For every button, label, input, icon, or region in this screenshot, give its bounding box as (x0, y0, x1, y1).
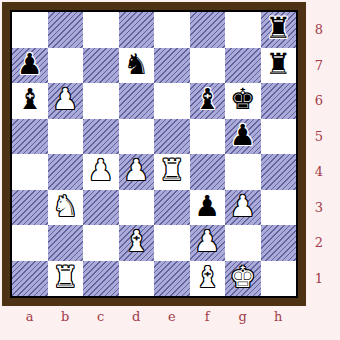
square-d4[interactable]: ♟ (119, 154, 155, 190)
square-c1[interactable] (83, 261, 119, 297)
square-b4[interactable] (48, 154, 84, 190)
black-king[interactable]: ♚ (230, 85, 256, 114)
rank-label-8: 8 (306, 12, 332, 48)
rank-label-6: 6 (306, 83, 332, 119)
square-g3[interactable]: ♟ (225, 190, 261, 226)
square-c7[interactable] (83, 48, 119, 84)
file-label-e: e (154, 309, 190, 329)
square-f5[interactable] (190, 119, 226, 155)
square-d1[interactable] (119, 261, 155, 297)
square-e1[interactable] (154, 261, 190, 297)
square-h2[interactable] (261, 225, 297, 261)
square-e4[interactable]: ♜ (154, 154, 190, 190)
square-a5[interactable] (12, 119, 48, 155)
black-bishop[interactable]: ♝ (194, 85, 220, 114)
black-pawn[interactable]: ♟ (17, 50, 43, 79)
chess-board[interactable]: ♜♟♞♜♝♟♝♚♟♟♟♜♞♟♟♝♟♜♝♚ (12, 12, 296, 296)
square-h6[interactable] (261, 83, 297, 119)
white-pawn[interactable]: ♟ (52, 85, 78, 114)
square-b7[interactable] (48, 48, 84, 84)
square-g7[interactable] (225, 48, 261, 84)
square-d5[interactable] (119, 119, 155, 155)
square-e8[interactable] (154, 12, 190, 48)
square-b1[interactable]: ♜ (48, 261, 84, 297)
square-g1[interactable]: ♚ (225, 261, 261, 297)
square-f6[interactable]: ♝ (190, 83, 226, 119)
square-d2[interactable]: ♝ (119, 225, 155, 261)
white-rook[interactable]: ♜ (52, 263, 78, 292)
file-label-a: a (12, 309, 48, 329)
square-h1[interactable] (261, 261, 297, 297)
rank-labels: 87654321 (306, 12, 332, 296)
square-e7[interactable] (154, 48, 190, 84)
board-frame: ♜♟♞♜♝♟♝♚♟♟♟♜♞♟♟♝♟♜♝♚ (2, 2, 306, 306)
square-a2[interactable] (12, 225, 48, 261)
file-label-b: b (48, 309, 84, 329)
white-pawn[interactable]: ♟ (88, 156, 114, 185)
square-b3[interactable]: ♞ (48, 190, 84, 226)
white-bishop[interactable]: ♝ (123, 227, 149, 256)
square-f2[interactable]: ♟ (190, 225, 226, 261)
square-c4[interactable]: ♟ (83, 154, 119, 190)
square-a6[interactable]: ♝ (12, 83, 48, 119)
square-b2[interactable] (48, 225, 84, 261)
square-g6[interactable]: ♚ (225, 83, 261, 119)
square-b8[interactable] (48, 12, 84, 48)
square-h7[interactable]: ♜ (261, 48, 297, 84)
black-rook[interactable]: ♜ (265, 50, 291, 79)
square-d8[interactable] (119, 12, 155, 48)
rank-label-3: 3 (306, 190, 332, 226)
square-c2[interactable] (83, 225, 119, 261)
file-label-f: f (190, 309, 226, 329)
file-label-h: h (261, 309, 297, 329)
square-f7[interactable] (190, 48, 226, 84)
rank-label-4: 4 (306, 154, 332, 190)
black-bishop[interactable]: ♝ (17, 85, 43, 114)
square-c5[interactable] (83, 119, 119, 155)
square-e2[interactable] (154, 225, 190, 261)
rank-label-7: 7 (306, 48, 332, 84)
black-rook[interactable]: ♜ (265, 14, 291, 43)
square-b6[interactable]: ♟ (48, 83, 84, 119)
square-f4[interactable] (190, 154, 226, 190)
file-label-g: g (225, 309, 261, 329)
square-f1[interactable]: ♝ (190, 261, 226, 297)
black-knight[interactable]: ♞ (123, 50, 149, 79)
square-h8[interactable]: ♜ (261, 12, 297, 48)
square-e6[interactable] (154, 83, 190, 119)
black-pawn[interactable]: ♟ (230, 121, 256, 150)
rank-label-5: 5 (306, 119, 332, 155)
black-pawn[interactable]: ♟ (194, 192, 220, 221)
square-f8[interactable] (190, 12, 226, 48)
square-h3[interactable] (261, 190, 297, 226)
white-king[interactable]: ♚ (230, 263, 256, 292)
white-rook[interactable]: ♜ (159, 156, 185, 185)
square-a3[interactable] (12, 190, 48, 226)
square-e3[interactable] (154, 190, 190, 226)
square-h5[interactable] (261, 119, 297, 155)
square-e5[interactable] (154, 119, 190, 155)
square-d7[interactable]: ♞ (119, 48, 155, 84)
square-a8[interactable] (12, 12, 48, 48)
square-c3[interactable] (83, 190, 119, 226)
square-c8[interactable] (83, 12, 119, 48)
rank-label-1: 1 (306, 261, 332, 297)
file-label-d: d (119, 309, 155, 329)
white-knight[interactable]: ♞ (52, 192, 78, 221)
square-h4[interactable] (261, 154, 297, 190)
square-a1[interactable] (12, 261, 48, 297)
square-g8[interactable] (225, 12, 261, 48)
square-f3[interactable]: ♟ (190, 190, 226, 226)
square-a4[interactable] (12, 154, 48, 190)
white-pawn[interactable]: ♟ (194, 227, 220, 256)
square-g2[interactable] (225, 225, 261, 261)
square-g5[interactable]: ♟ (225, 119, 261, 155)
white-pawn[interactable]: ♟ (123, 156, 149, 185)
white-pawn[interactable]: ♟ (230, 192, 256, 221)
square-a7[interactable]: ♟ (12, 48, 48, 84)
square-d3[interactable] (119, 190, 155, 226)
rank-label-2: 2 (306, 225, 332, 261)
square-g4[interactable] (225, 154, 261, 190)
square-c6[interactable] (83, 83, 119, 119)
file-labels: abcdefgh (12, 309, 296, 329)
square-d6[interactable] (119, 83, 155, 119)
white-bishop[interactable]: ♝ (194, 263, 220, 292)
square-b5[interactable] (48, 119, 84, 155)
file-label-c: c (83, 309, 119, 329)
